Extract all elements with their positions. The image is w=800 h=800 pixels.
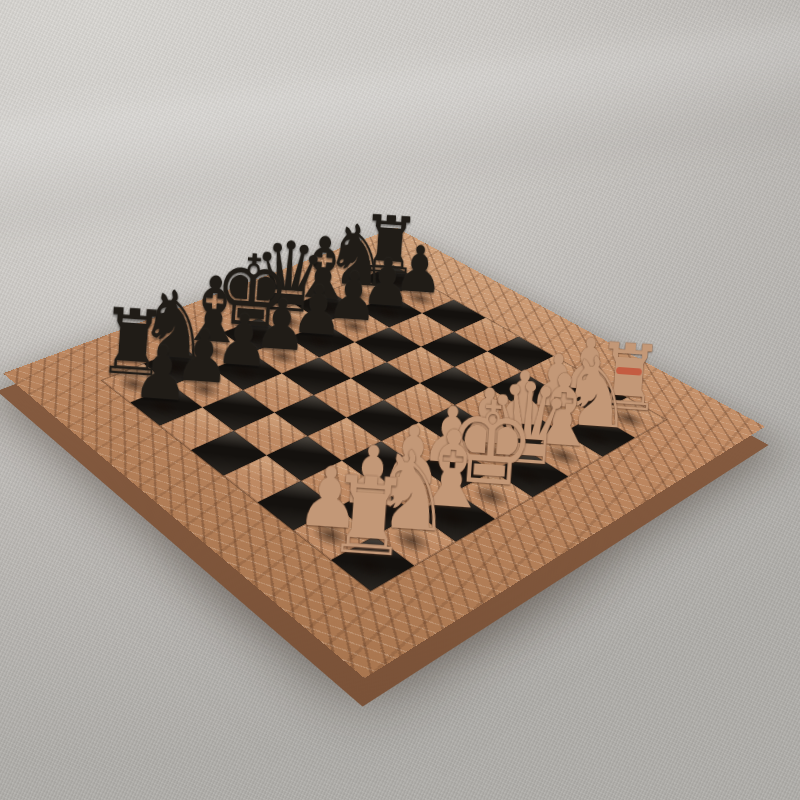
chess-board: ♜♟♟♜♞♟♟♞♝♟♟♝♛♟♟♛♚♟♟♚♝♟♟♝♞♟♟♞♜♟♟♜ [3,227,765,678]
square-a1[interactable]: ♜ [331,536,414,591]
black-pawn-a7[interactable]: ♟ [98,334,225,413]
tan-rook-a1[interactable]: ♜ [295,461,443,572]
square-a7[interactable]: ♟ [130,385,202,426]
scene-3d: ♜♟♟♜♞♟♟♞♝♟♟♝♛♟♟♛♚♟♟♚♝♟♟♝♞♟♟♞♜♟♟♜ [0,0,800,800]
photo-stage: ♜♟♟♜♞♟♟♞♝♟♟♝♛♟♟♛♚♟♟♚♝♟♟♝♞♟♟♞♜♟♟♜ [0,0,800,800]
